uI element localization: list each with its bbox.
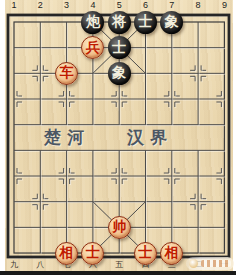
xiangqi-board[interactable]: 123456789 楚河 汉界 炮将士象兵士车象帅相士士相 九八七六五四三二一 bbox=[5, 0, 233, 271]
file-label-top: 2 bbox=[38, 0, 43, 11]
file-label-bottom: 八 bbox=[36, 260, 44, 270]
file-label-top: 9 bbox=[222, 0, 227, 11]
piece-black-general[interactable]: 将 bbox=[108, 11, 131, 34]
piece-black-advisor[interactable]: 士 bbox=[108, 36, 131, 59]
watermark-text-blur bbox=[201, 260, 231, 267]
file-label-top: 1 bbox=[11, 0, 16, 11]
page: 123456789 楚河 汉界 炮将士象兵士车象帅相士士相 九八七六五四三二一 bbox=[0, 0, 236, 277]
watermark bbox=[186, 257, 234, 270]
piece-black-cannon[interactable]: 炮 bbox=[81, 11, 104, 34]
piece-black-advisor[interactable]: 士 bbox=[134, 11, 157, 34]
file-label-top: 4 bbox=[90, 0, 95, 11]
piece-red-advisor[interactable]: 士 bbox=[81, 242, 104, 265]
file-label-top: 6 bbox=[143, 0, 148, 11]
river-left-label: 楚河 bbox=[44, 126, 90, 150]
piece-black-elephant[interactable]: 象 bbox=[108, 62, 131, 85]
file-label-bottom: 五 bbox=[115, 260, 123, 270]
piece-black-elephant[interactable]: 象 bbox=[160, 11, 183, 34]
watermark-logo-icon bbox=[189, 259, 198, 268]
file-label-bottom: 九 bbox=[10, 260, 18, 270]
piece-red-chariot[interactable]: 车 bbox=[55, 62, 78, 85]
bottom-bar bbox=[0, 271, 236, 275]
file-label-top: 5 bbox=[117, 0, 122, 11]
piece-red-advisor[interactable]: 士 bbox=[134, 242, 157, 265]
piece-red-elephant[interactable]: 相 bbox=[55, 242, 78, 265]
piece-red-elephant[interactable]: 相 bbox=[160, 242, 183, 265]
file-label-top: 8 bbox=[196, 0, 201, 11]
file-label-top: 7 bbox=[169, 0, 174, 11]
file-label-top: 3 bbox=[64, 0, 69, 11]
river-right-label: 汉界 bbox=[127, 126, 173, 150]
piece-red-general[interactable]: 帅 bbox=[108, 216, 131, 239]
